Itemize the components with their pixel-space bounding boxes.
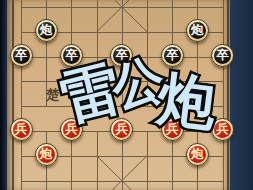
piece-glyph: 卒 bbox=[15, 49, 28, 62]
piece-face: 兵 bbox=[214, 121, 231, 138]
piece-glyph: 兵 bbox=[216, 123, 229, 136]
file-line-stub bbox=[97, 181, 98, 190]
file-line-stub bbox=[147, 0, 148, 7]
file-line-stub bbox=[21, 181, 22, 190]
file-line-stub bbox=[197, 0, 198, 7]
piece-black-cannon[interactable]: 炮 bbox=[35, 19, 58, 42]
piece-glyph: 卒 bbox=[166, 49, 179, 62]
piece-glyph: 炮 bbox=[40, 148, 53, 161]
title-overlay-char: 炮 bbox=[155, 69, 220, 134]
left-letterbox-bar bbox=[0, 0, 7, 190]
file-line-stub bbox=[46, 0, 47, 7]
file-line-stub bbox=[172, 0, 173, 7]
piece-red-soldier[interactable]: 兵 bbox=[211, 118, 234, 141]
piece-black-cannon[interactable]: 炮 bbox=[186, 19, 209, 42]
xiangqi-thumbnail: 楚河 漢界 雷 公 炮 炮炮卒卒卒卒卒兵兵兵兵兵炮炮 bbox=[0, 0, 253, 190]
right-letterbox-bar bbox=[230, 0, 253, 190]
file-line-stub bbox=[223, 0, 224, 7]
file-line-stub bbox=[46, 181, 47, 190]
piece-face: 炮 bbox=[38, 22, 55, 39]
piece-red-cannon[interactable]: 炮 bbox=[186, 143, 209, 166]
piece-face: 炮 bbox=[189, 22, 206, 39]
piece-face: 卒 bbox=[164, 47, 181, 64]
piece-glyph: 兵 bbox=[116, 123, 129, 136]
file-line-stub bbox=[122, 0, 123, 7]
file-line-stub bbox=[147, 181, 148, 190]
piece-face: 炮 bbox=[38, 146, 55, 163]
piece-glyph: 卒 bbox=[216, 49, 229, 62]
piece-face: 兵 bbox=[113, 121, 130, 138]
file-line-stub bbox=[21, 0, 22, 7]
piece-face: 兵 bbox=[13, 121, 30, 138]
piece-glyph: 炮 bbox=[191, 148, 204, 161]
piece-face: 炮 bbox=[189, 146, 206, 163]
piece-glyph: 炮 bbox=[40, 24, 53, 37]
file-line-stub bbox=[197, 181, 198, 190]
piece-face: 卒 bbox=[13, 47, 30, 64]
piece-face: 卒 bbox=[214, 47, 231, 64]
file-line-stub bbox=[122, 181, 123, 190]
file-line-stub bbox=[71, 181, 72, 190]
piece-glyph: 卒 bbox=[65, 49, 78, 62]
file-line-stub bbox=[97, 0, 98, 7]
file-line-stub bbox=[223, 181, 224, 190]
piece-red-soldier[interactable]: 兵 bbox=[10, 118, 33, 141]
piece-black-soldier[interactable]: 卒 bbox=[211, 44, 234, 67]
piece-black-soldier[interactable]: 卒 bbox=[10, 44, 33, 67]
piece-glyph: 兵 bbox=[15, 123, 28, 136]
file-line-stub bbox=[71, 0, 72, 7]
piece-glyph: 炮 bbox=[191, 24, 204, 37]
file-line-stub bbox=[172, 181, 173, 190]
piece-red-cannon[interactable]: 炮 bbox=[35, 143, 58, 166]
